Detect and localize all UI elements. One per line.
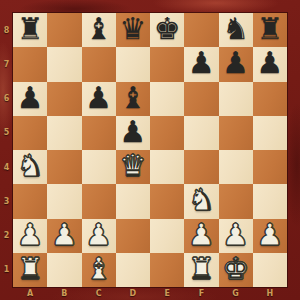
black-pawn-g7: ♟ [222,48,249,78]
square-d1[interactable] [116,253,150,287]
black-rook-h8: ♜ [256,14,283,44]
square-h4[interactable] [253,150,287,184]
square-f1[interactable]: ♜ [184,253,218,287]
file-label-f: F [199,289,204,298]
rank-label-4: 4 [4,163,10,172]
square-b7[interactable] [47,47,81,81]
square-e4[interactable] [150,150,184,184]
square-f3[interactable]: ♞ [184,184,218,218]
square-g4[interactable] [219,150,253,184]
square-c6[interactable]: ♟ [82,82,116,116]
rank-label-7: 7 [4,60,10,69]
white-pawn-f2: ♟ [188,220,215,250]
white-pawn-c2: ♟ [85,220,112,250]
white-bishop-c1: ♝ [85,254,112,284]
rank-label-3: 3 [4,197,10,206]
white-pawn-h2: ♟ [256,220,283,250]
square-c5[interactable] [82,116,116,150]
square-h5[interactable] [253,116,287,150]
square-f2[interactable]: ♟ [184,219,218,253]
square-g8[interactable]: ♞ [219,13,253,47]
black-queen-d8: ♛ [119,14,146,44]
white-knight-a4: ♞ [17,151,44,181]
black-pawn-a6: ♟ [17,83,44,113]
square-g7[interactable]: ♟ [219,47,253,81]
square-c7[interactable] [82,47,116,81]
square-d4[interactable]: ♛ [116,150,150,184]
white-pawn-b2: ♟ [51,220,78,250]
square-g2[interactable]: ♟ [219,219,253,253]
file-label-d: D [130,289,137,298]
rank-label-1: 1 [4,265,10,274]
black-bishop-c8: ♝ [85,14,112,44]
square-c8[interactable]: ♝ [82,13,116,47]
white-rook-f1: ♜ [188,254,215,284]
black-bishop-d6: ♝ [119,83,146,113]
square-f5[interactable] [184,116,218,150]
rank-label-2: 2 [4,231,10,240]
black-rook-a8: ♜ [17,14,44,44]
square-e3[interactable] [150,184,184,218]
square-f6[interactable] [184,82,218,116]
file-label-e: E [164,289,169,298]
square-e2[interactable] [150,219,184,253]
square-b1[interactable] [47,253,81,287]
square-h8[interactable]: ♜ [253,13,287,47]
board: ♜♝♛♚♞♜♟♟♟♟♟♝♟♞♛♞♟♟♟♟♟♟♜♝♜♚ [13,13,287,287]
file-label-b: B [61,289,67,298]
square-d2[interactable] [116,219,150,253]
file-labels: ABCDEFGH [13,287,287,300]
black-pawn-h7: ♟ [256,48,283,78]
square-a5[interactable] [13,116,47,150]
square-c4[interactable] [82,150,116,184]
square-d3[interactable] [116,184,150,218]
black-pawn-d5: ♟ [119,117,146,147]
square-h1[interactable] [253,253,287,287]
white-queen-d4: ♛ [119,151,146,181]
white-rook-a1: ♜ [17,254,44,284]
rank-label-5: 5 [4,128,10,137]
square-e5[interactable] [150,116,184,150]
rank-label-8: 8 [4,26,10,35]
square-d5[interactable]: ♟ [116,116,150,150]
black-knight-g8: ♞ [222,14,249,44]
square-d6[interactable]: ♝ [116,82,150,116]
file-label-g: G [232,289,239,298]
square-a7[interactable] [13,47,47,81]
square-h3[interactable] [253,184,287,218]
square-f7[interactable]: ♟ [184,47,218,81]
square-f8[interactable] [184,13,218,47]
white-pawn-g2: ♟ [222,220,249,250]
square-h2[interactable]: ♟ [253,219,287,253]
square-a1[interactable]: ♜ [13,253,47,287]
square-b2[interactable]: ♟ [47,219,81,253]
square-d7[interactable] [116,47,150,81]
square-a3[interactable] [13,184,47,218]
square-b4[interactable] [47,150,81,184]
square-b6[interactable] [47,82,81,116]
square-d8[interactable]: ♛ [116,13,150,47]
square-g5[interactable] [219,116,253,150]
black-king-e8: ♚ [154,14,181,44]
square-a4[interactable]: ♞ [13,150,47,184]
black-pawn-c6: ♟ [85,83,112,113]
rank-label-6: 6 [4,94,10,103]
white-king-g1: ♚ [222,254,249,284]
square-g1[interactable]: ♚ [219,253,253,287]
rank-labels: 87654321 [0,13,13,287]
file-label-a: A [27,289,33,298]
square-b3[interactable] [47,184,81,218]
square-a2[interactable]: ♟ [13,219,47,253]
square-h6[interactable] [253,82,287,116]
square-c1[interactable]: ♝ [82,253,116,287]
square-a8[interactable]: ♜ [13,13,47,47]
black-pawn-f7: ♟ [188,48,215,78]
square-e7[interactable] [150,47,184,81]
square-a6[interactable]: ♟ [13,82,47,116]
square-b8[interactable] [47,13,81,47]
square-h7[interactable]: ♟ [253,47,287,81]
square-e1[interactable] [150,253,184,287]
white-knight-f3: ♞ [188,185,215,215]
file-label-h: H [267,289,274,298]
square-b5[interactable] [47,116,81,150]
square-g6[interactable] [219,82,253,116]
file-label-c: C [96,289,102,298]
square-g3[interactable] [219,184,253,218]
square-f4[interactable] [184,150,218,184]
square-c3[interactable] [82,184,116,218]
square-e8[interactable]: ♚ [150,13,184,47]
square-e6[interactable] [150,82,184,116]
chess-board-frame: ♜♝♛♚♞♜♟♟♟♟♟♝♟♞♛♞♟♟♟♟♟♟♜♝♜♚ 87654321 ABCD… [0,0,300,300]
square-c2[interactable]: ♟ [82,219,116,253]
white-pawn-a2: ♟ [17,220,44,250]
